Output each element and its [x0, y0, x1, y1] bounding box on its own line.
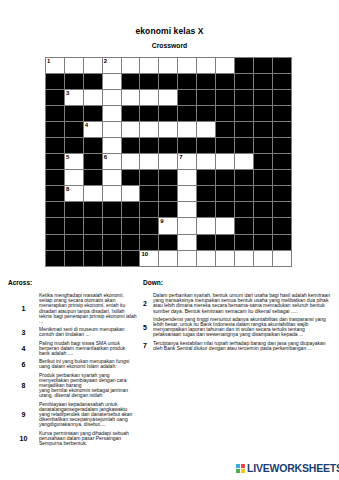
grid-cell[interactable]: 1 [46, 58, 65, 74]
grid-cell[interactable] [65, 58, 84, 74]
down-clue-list: 2Dalam perbankan syariah, bentuk umum da… [143, 293, 335, 351]
black-cell [122, 74, 141, 90]
grid-cell[interactable] [122, 90, 141, 106]
clue-item-text: Paling mudah bagi siswa SMA untuk berper… [39, 341, 137, 357]
grid-cell[interactable] [235, 251, 254, 267]
black-cell [65, 202, 84, 218]
black-cell [235, 235, 254, 251]
clue-item-number: 7 [143, 342, 151, 349]
black-cell [46, 74, 65, 90]
black-cell [46, 154, 65, 170]
grid-cell[interactable] [103, 186, 122, 202]
black-cell [235, 122, 254, 138]
black-cell [84, 106, 103, 122]
grid-cell[interactable] [197, 58, 216, 74]
black-cell [254, 170, 273, 186]
page-subtitle: Crossword [0, 42, 339, 49]
grid-cell[interactable] [159, 90, 178, 106]
black-cell [103, 235, 122, 251]
black-cell [235, 106, 254, 122]
black-cell [216, 74, 235, 90]
grid-cell[interactable] [216, 251, 235, 267]
black-cell [159, 170, 178, 186]
black-cell [216, 202, 235, 218]
grid-cell[interactable] [103, 122, 122, 138]
grid-cell[interactable] [84, 58, 103, 74]
black-cell [273, 218, 292, 234]
grid-cell[interactable] [159, 154, 178, 170]
grid-cell[interactable]: 8 [65, 186, 84, 202]
down-label: Down: [143, 279, 335, 286]
clue-number: 5 [66, 154, 69, 161]
black-cell [235, 58, 254, 74]
clue-item-number: 2 [143, 300, 151, 307]
across-clue-list: 1Ketika menghadapi masalah ekonomi, seti… [8, 293, 140, 446]
black-cell [216, 106, 235, 122]
grid-cell[interactable] [140, 58, 159, 74]
black-cell [254, 74, 273, 90]
black-cell [65, 138, 84, 154]
black-cell [254, 138, 273, 154]
grid-cell[interactable] [159, 251, 178, 267]
clue-item: 3Menikmati seni di museum merupakan cont… [8, 327, 140, 337]
black-cell [84, 74, 103, 90]
black-cell [65, 122, 84, 138]
clue-item-number: 1 [8, 305, 39, 312]
clue-item: 4Paling mudah bagi siswa SMA untuk berpe… [8, 341, 140, 357]
black-cell [84, 202, 103, 218]
black-cell [65, 106, 84, 122]
black-cell [84, 235, 103, 251]
black-cell [122, 251, 141, 267]
black-cell [235, 186, 254, 202]
clue-item-text: Berikut ini yang bukan merupakan fungsi … [39, 359, 137, 369]
down-clues-section: Down: 2Dalam perbankan syariah, bentuk u… [143, 279, 335, 354]
logo-square [241, 469, 245, 473]
liveworksheets-wordmark: LIVEWORKSHEETS [247, 462, 339, 474]
grid-cell[interactable] [178, 170, 197, 186]
grid-cell[interactable] [159, 58, 178, 74]
black-cell [273, 202, 292, 218]
clue-item: 6Berikut ini yang bukan merupakan fungsi… [8, 359, 140, 369]
black-cell [254, 186, 273, 202]
clue-item: 7Terciptanya kestabilan nilai rupiah ter… [143, 341, 335, 351]
black-cell [254, 90, 273, 106]
black-cell [235, 202, 254, 218]
grid-cell[interactable] [254, 251, 273, 267]
black-cell [197, 138, 216, 154]
black-cell [235, 90, 254, 106]
clue-item-text: Menikmati seni di museum merupakan conto… [39, 327, 137, 337]
black-cell [46, 106, 65, 122]
grid-cell[interactable] [216, 154, 235, 170]
black-cell [65, 235, 84, 251]
clue-item-text: Dalam perbankan syariah, bentuk umum dar… [153, 293, 332, 314]
black-cell [178, 90, 197, 106]
grid-cell[interactable] [103, 106, 122, 122]
grid-cell[interactable]: 2 [103, 58, 122, 74]
black-cell [235, 218, 254, 234]
grid-cell[interactable]: 5 [65, 154, 84, 170]
black-cell [140, 186, 159, 202]
clue-item-number: 6 [8, 361, 39, 368]
clue-item-text: Independensi yang tinggi menuntut adanya… [153, 317, 332, 338]
black-cell [140, 202, 159, 218]
grid-cell[interactable] [216, 58, 235, 74]
grid-cell[interactable] [140, 122, 159, 138]
black-cell [140, 218, 159, 234]
logo-square [236, 469, 240, 473]
black-cell [273, 106, 292, 122]
grid-cell[interactable] [197, 218, 216, 234]
black-cell [273, 170, 292, 186]
grid-cell[interactable] [273, 251, 292, 267]
grid-cell[interactable] [122, 186, 141, 202]
clue-number: 2 [104, 58, 107, 65]
clue-item-number: 9 [8, 411, 39, 418]
black-cell [103, 218, 122, 234]
clue-number: 1 [47, 58, 50, 65]
liveworksheets-logo: LIVEWORKSHEETS [236, 462, 339, 474]
clue-item-text: Pembiayaan kepadanasabah untuk danatalan… [39, 402, 137, 428]
grid-cell[interactable] [84, 90, 103, 106]
black-cell [273, 186, 292, 202]
black-cell [159, 186, 178, 202]
black-cell [159, 235, 178, 251]
black-cell [178, 74, 197, 90]
grid-cell[interactable] [178, 218, 197, 234]
black-cell [197, 186, 216, 202]
clue-number: 6 [104, 154, 107, 161]
black-cell [46, 235, 65, 251]
clue-item-text: Kurva permintaan yang dihadapi sebuah pe… [39, 431, 137, 447]
crossword-grid: 12345678910 [45, 57, 292, 267]
grid-cell[interactable] [122, 154, 141, 170]
clue-item-number: 10 [8, 435, 39, 442]
grid-cell[interactable] [178, 235, 197, 251]
grid-cell[interactable] [103, 138, 122, 154]
black-cell [46, 218, 65, 234]
black-cell [65, 218, 84, 234]
black-cell [254, 235, 273, 251]
clue-item: 9Pembiayaan kepadanasabah untuk danatala… [8, 402, 140, 428]
clue-number: 7 [179, 154, 182, 161]
black-cell [216, 186, 235, 202]
clue-item-number: 3 [8, 329, 39, 336]
grid-cell[interactable] [159, 122, 178, 138]
black-cell [65, 251, 84, 267]
grid-cell[interactable] [65, 170, 84, 186]
grid-cell[interactable] [197, 251, 216, 267]
black-cell [46, 90, 65, 106]
black-cell [46, 122, 65, 138]
clue-item-text: Produk perbankan syariah yang menyediaka… [39, 373, 137, 399]
black-cell [84, 154, 103, 170]
black-cell [122, 106, 141, 122]
black-cell [216, 170, 235, 186]
black-cell [216, 235, 235, 251]
grid-cell[interactable] [178, 186, 197, 202]
clue-item: 8Produk perbankan syariah yang menyediak… [8, 373, 140, 399]
grid-cell[interactable] [103, 170, 122, 186]
grid-cell[interactable] [235, 154, 254, 170]
black-cell [216, 90, 235, 106]
black-cell [140, 170, 159, 186]
black-cell [273, 138, 292, 154]
black-cell [84, 138, 103, 154]
clue-number: 8 [66, 186, 69, 193]
black-cell [140, 235, 159, 251]
black-cell [235, 170, 254, 186]
grid-cell[interactable] [178, 122, 197, 138]
grid-cell[interactable]: 10 [140, 251, 159, 267]
grid-cell[interactable] [140, 154, 159, 170]
grid-cell[interactable]: 9 [159, 218, 178, 234]
clue-item-number: 4 [8, 345, 39, 352]
black-cell [254, 202, 273, 218]
clue-item-number: 5 [143, 324, 151, 331]
black-cell [84, 218, 103, 234]
black-cell [197, 90, 216, 106]
black-cell [84, 251, 103, 267]
grid-cell[interactable] [103, 74, 122, 90]
black-cell [235, 138, 254, 154]
grid-cell[interactable] [122, 122, 141, 138]
clue-number: 3 [66, 90, 69, 97]
liveworksheets-grid-icon [236, 464, 245, 473]
black-cell [254, 154, 273, 170]
black-cell [46, 202, 65, 218]
black-cell [140, 74, 159, 90]
clue-item: 2Dalam perbankan syariah, bentuk umum da… [143, 293, 335, 314]
black-cell [273, 122, 292, 138]
black-cell [84, 170, 103, 186]
black-cell [140, 106, 159, 122]
across-label: Across: [8, 279, 140, 286]
black-cell [216, 122, 235, 138]
grid-cell[interactable]: 7 [178, 154, 197, 170]
black-cell [159, 202, 178, 218]
black-cell [254, 58, 273, 74]
grid-cell[interactable] [178, 251, 197, 267]
black-cell [159, 74, 178, 90]
clue-item-text: Ketika menghadapi masalah ekonomi, setia… [39, 293, 137, 324]
black-cell [122, 170, 141, 186]
black-cell [178, 138, 197, 154]
black-cell [273, 235, 292, 251]
black-cell [46, 170, 65, 186]
grid-cell[interactable] [216, 218, 235, 234]
black-cell [65, 74, 84, 90]
page-title: ekonomi kelas X [0, 26, 339, 36]
black-cell [197, 74, 216, 90]
black-cell [254, 218, 273, 234]
black-cell [273, 154, 292, 170]
clue-item: 10Kurva permintaan yang dihadapi sebuah … [8, 431, 140, 447]
black-cell [122, 235, 141, 251]
black-cell [46, 251, 65, 267]
grid-cell[interactable] [84, 186, 103, 202]
black-cell [122, 202, 141, 218]
clue-number: 4 [85, 122, 88, 129]
black-cell [197, 235, 216, 251]
black-cell [159, 106, 178, 122]
black-cell [178, 106, 197, 122]
grid-cell[interactable] [197, 154, 216, 170]
logo-square [241, 464, 245, 468]
black-cell [273, 90, 292, 106]
black-cell [273, 74, 292, 90]
grid-cell[interactable] [140, 90, 159, 106]
grid-cell[interactable] [178, 202, 197, 218]
black-cell [197, 106, 216, 122]
grid-cell[interactable] [103, 90, 122, 106]
across-clues-section: Across: 1Ketika menghadapi masalah ekono… [8, 279, 140, 449]
black-cell [140, 138, 159, 154]
clue-item: 5Independensi yang tinggi menuntut adany… [143, 317, 335, 338]
black-cell [103, 251, 122, 267]
clue-item-text: Terciptanya kestabilan nilai rupiah terh… [153, 341, 332, 351]
grid-cell[interactable] [122, 58, 141, 74]
clue-number: 9 [160, 218, 163, 225]
grid-cell[interactable] [178, 58, 197, 74]
black-cell [273, 58, 292, 74]
grid-cell[interactable] [197, 122, 216, 138]
black-cell [254, 122, 273, 138]
black-cell [254, 106, 273, 122]
black-cell [46, 138, 65, 154]
grid-cell[interactable]: 6 [103, 154, 122, 170]
clue-item-number: 8 [8, 382, 39, 389]
logo-square [236, 464, 240, 468]
clue-item: 1Ketika menghadapi masalah ekonomi, seti… [8, 293, 140, 324]
black-cell [197, 202, 216, 218]
black-cell [122, 138, 141, 154]
clue-number: 10 [141, 251, 148, 258]
black-cell [122, 218, 141, 234]
black-cell [46, 186, 65, 202]
black-cell [197, 170, 216, 186]
black-cell [216, 138, 235, 154]
grid-cell[interactable]: 4 [84, 122, 103, 138]
black-cell [103, 202, 122, 218]
black-cell [235, 74, 254, 90]
grid-cell[interactable]: 3 [65, 90, 84, 106]
black-cell [159, 138, 178, 154]
